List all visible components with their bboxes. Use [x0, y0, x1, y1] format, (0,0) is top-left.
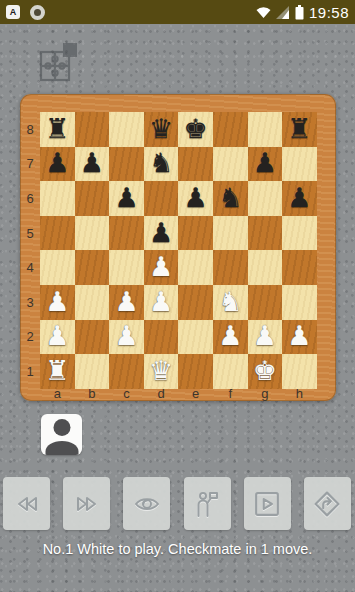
- square-b6[interactable]: [75, 181, 110, 216]
- rank-label-4: 4: [20, 250, 40, 285]
- square-a5[interactable]: [40, 216, 75, 251]
- play-in-box-icon: [254, 491, 280, 517]
- square-g6[interactable]: [248, 181, 283, 216]
- file-label-f: f: [213, 388, 248, 400]
- square-b2[interactable]: [75, 320, 110, 355]
- piece-black-queen[interactable]: ♛: [149, 115, 173, 142]
- puzzle-icon: [37, 41, 81, 85]
- piece-white-pawn[interactable]: ♟: [218, 322, 242, 349]
- square-d5[interactable]: ♟: [144, 216, 179, 251]
- square-d1[interactable]: ♛: [144, 354, 179, 389]
- square-f4[interactable]: [213, 250, 248, 285]
- eye-icon: [133, 493, 161, 515]
- piece-black-knight[interactable]: ♞: [149, 149, 173, 176]
- file-label-h: h: [282, 388, 317, 400]
- square-b8[interactable]: [75, 112, 110, 147]
- square-d3[interactable]: ♟: [144, 285, 179, 320]
- square-e3[interactable]: [178, 285, 213, 320]
- resign-button[interactable]: [184, 477, 231, 530]
- square-g3[interactable]: [248, 285, 283, 320]
- square-f2[interactable]: ♟: [213, 320, 248, 355]
- ring-notification-icon: [30, 5, 45, 20]
- piece-white-pawn[interactable]: ♟: [149, 288, 173, 315]
- square-a6[interactable]: [40, 181, 75, 216]
- square-b7[interactable]: ♟: [75, 147, 110, 182]
- piece-black-king[interactable]: ♚: [184, 115, 208, 142]
- piece-white-queen[interactable]: ♛: [149, 357, 173, 384]
- square-c7[interactable]: [109, 147, 144, 182]
- piece-black-pawn[interactable]: ♟: [45, 149, 69, 176]
- board-squares: ♜♛♚♜♟♟♞♟♟♟♞♟♟♟♟♟♟♞♟♟♟♟♟♜♛♚: [40, 112, 317, 389]
- piece-white-pawn[interactable]: ♟: [114, 288, 138, 315]
- rewind-button[interactable]: [3, 477, 50, 530]
- square-d8[interactable]: ♛: [144, 112, 179, 147]
- piece-white-pawn[interactable]: ♟: [114, 322, 138, 349]
- puzzle-caption: No.1 White to play. Checkmate in 1 move.: [0, 541, 355, 557]
- square-f1[interactable]: [213, 354, 248, 389]
- square-c2[interactable]: ♟: [109, 320, 144, 355]
- square-a8[interactable]: ♜: [40, 112, 75, 147]
- forward-button[interactable]: [63, 477, 110, 530]
- square-f6[interactable]: ♞: [213, 181, 248, 216]
- piece-black-rook[interactable]: ♜: [45, 115, 69, 142]
- file-label-d: d: [144, 388, 179, 400]
- square-b4[interactable]: [75, 250, 110, 285]
- piece-white-rook[interactable]: ♜: [45, 357, 69, 384]
- square-e5[interactable]: [178, 216, 213, 251]
- rewind-icon: [14, 493, 40, 515]
- square-h5[interactable]: [282, 216, 317, 251]
- rank-label-7: 7: [20, 147, 40, 182]
- square-h1[interactable]: [282, 354, 317, 389]
- square-e1[interactable]: [178, 354, 213, 389]
- piece-white-pawn[interactable]: ♟: [253, 322, 277, 349]
- avatar-shoulders: [45, 441, 78, 455]
- square-g8[interactable]: [248, 112, 283, 147]
- square-h3[interactable]: [282, 285, 317, 320]
- rank-label-8: 8: [20, 112, 40, 147]
- square-g1[interactable]: ♚: [248, 354, 283, 389]
- piece-black-pawn[interactable]: ♟: [253, 149, 277, 176]
- square-c5[interactable]: [109, 216, 144, 251]
- file-label-c: c: [109, 388, 144, 400]
- cell-signal-icon: [276, 6, 290, 19]
- square-g7[interactable]: ♟: [248, 147, 283, 182]
- player-avatar[interactable]: [41, 414, 82, 455]
- rank-labels: 87654321: [20, 112, 40, 389]
- square-h4[interactable]: [282, 250, 317, 285]
- square-f8[interactable]: [213, 112, 248, 147]
- piece-white-pawn[interactable]: ♟: [287, 322, 311, 349]
- square-c6[interactable]: ♟: [109, 181, 144, 216]
- square-a2[interactable]: ♟: [40, 320, 75, 355]
- play-button[interactable]: [244, 477, 291, 530]
- square-f7[interactable]: [213, 147, 248, 182]
- square-e4[interactable]: [178, 250, 213, 285]
- square-a1[interactable]: ♜: [40, 354, 75, 389]
- status-bar: A 19:58: [0, 0, 355, 24]
- piece-black-pawn[interactable]: ♟: [80, 149, 104, 176]
- square-g2[interactable]: ♟: [248, 320, 283, 355]
- square-d2[interactable]: [144, 320, 179, 355]
- wifi-icon: [256, 6, 271, 19]
- piece-black-rook[interactable]: ♜: [287, 115, 311, 142]
- file-label-e: e: [178, 388, 213, 400]
- square-d7[interactable]: ♞: [144, 147, 179, 182]
- square-a7[interactable]: ♟: [40, 147, 75, 182]
- file-label-a: a: [40, 388, 75, 400]
- rank-label-2: 2: [20, 320, 40, 355]
- file-label-b: b: [75, 388, 110, 400]
- piece-black-pawn[interactable]: ♟: [149, 219, 173, 246]
- piece-white-pawn[interactable]: ♟: [149, 253, 173, 280]
- rank-label-6: 6: [20, 181, 40, 216]
- square-b5[interactable]: [75, 216, 110, 251]
- square-b3[interactable]: [75, 285, 110, 320]
- clock-time: 19:58: [309, 4, 349, 21]
- file-labels: abcdefgh: [40, 388, 317, 400]
- square-e2[interactable]: [178, 320, 213, 355]
- square-f5[interactable]: [213, 216, 248, 251]
- piece-black-pawn[interactable]: ♟: [184, 184, 208, 211]
- piece-black-pawn[interactable]: ♟: [287, 184, 311, 211]
- square-h7[interactable]: [282, 147, 317, 182]
- piece-white-pawn[interactable]: ♟: [45, 322, 69, 349]
- square-e6[interactable]: ♟: [178, 181, 213, 216]
- square-d4[interactable]: ♟: [144, 250, 179, 285]
- turn-right-diamond-icon: [314, 491, 340, 517]
- piece-white-pawn[interactable]: ♟: [45, 288, 69, 315]
- toolbar: [3, 477, 351, 530]
- rank-label-3: 3: [20, 285, 40, 320]
- square-h2[interactable]: ♟: [282, 320, 317, 355]
- piece-white-knight[interactable]: ♞: [218, 288, 242, 315]
- square-g4[interactable]: [248, 250, 283, 285]
- square-c1[interactable]: [109, 354, 144, 389]
- square-a4[interactable]: [40, 250, 75, 285]
- resign-flag-icon: [195, 491, 219, 517]
- fast-forward-icon: [74, 493, 100, 515]
- file-label-g: g: [248, 388, 283, 400]
- piece-black-knight[interactable]: ♞: [218, 184, 242, 211]
- next-puzzle-button[interactable]: [304, 477, 351, 530]
- battery-icon: [295, 5, 304, 20]
- show-hint-button[interactable]: [123, 477, 170, 530]
- square-c8[interactable]: [109, 112, 144, 147]
- square-b1[interactable]: [75, 354, 110, 389]
- square-e7[interactable]: [178, 147, 213, 182]
- square-g5[interactable]: [248, 216, 283, 251]
- piece-white-king[interactable]: ♚: [253, 357, 277, 384]
- piece-black-pawn[interactable]: ♟: [114, 184, 138, 211]
- chess-board: 87654321 ♜♛♚♜♟♟♞♟♟♟♞♟♟♟♟♟♟♞♟♟♟♟♟♜♛♚ abcd…: [20, 94, 336, 401]
- rank-label-5: 5: [20, 216, 40, 251]
- rank-label-1: 1: [20, 354, 40, 389]
- square-h8[interactable]: ♜: [282, 112, 317, 147]
- square-c3[interactable]: ♟: [109, 285, 144, 320]
- square-d6[interactable]: [144, 181, 179, 216]
- square-e8[interactable]: ♚: [178, 112, 213, 147]
- square-h6[interactable]: ♟: [282, 181, 317, 216]
- app-drawer-a-icon: A: [6, 5, 20, 19]
- square-c4[interactable]: [109, 250, 144, 285]
- square-f3[interactable]: ♞: [213, 285, 248, 320]
- app-screen: A 19:58: [0, 0, 355, 592]
- square-a3[interactable]: ♟: [40, 285, 75, 320]
- avatar-head: [53, 419, 70, 436]
